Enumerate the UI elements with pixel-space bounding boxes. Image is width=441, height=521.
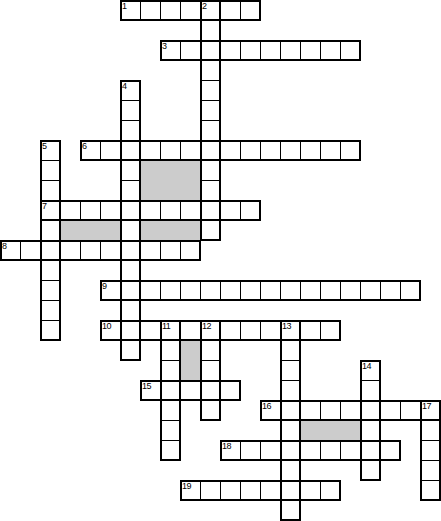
- cell-r12c3[interactable]: [60, 240, 81, 261]
- cell-r12c7[interactable]: [140, 240, 161, 261]
- cell-r24c16[interactable]: [320, 480, 341, 501]
- cell-r7c15[interactable]: [300, 140, 321, 161]
- cell-r19c10[interactable]: [200, 380, 221, 401]
- cell-r2c14[interactable]: [280, 40, 301, 61]
- cell-r7c5[interactable]: [100, 140, 121, 161]
- shaded-block: [140, 220, 201, 241]
- cell-r16c2[interactable]: [40, 320, 61, 341]
- cell-r16c9[interactable]: [180, 320, 201, 341]
- cell-r10c6[interactable]: [120, 200, 141, 221]
- cell-r18c8[interactable]: [160, 360, 181, 381]
- cell-r17c10[interactable]: [200, 340, 221, 361]
- cell-r24c9[interactable]: [180, 480, 201, 501]
- cell-r12c4[interactable]: [80, 240, 101, 261]
- cell-r19c7[interactable]: [140, 380, 161, 401]
- cell-r14c7[interactable]: [140, 280, 161, 301]
- cell-r7c17[interactable]: [340, 140, 361, 161]
- cell-r22c12[interactable]: [240, 440, 261, 461]
- cell-r16c12[interactable]: [240, 320, 261, 341]
- cell-r2c9[interactable]: [180, 40, 201, 61]
- cell-r14c15[interactable]: [300, 280, 321, 301]
- cell-r8c10[interactable]: [200, 160, 221, 181]
- cell-r10c11[interactable]: [220, 200, 241, 221]
- cell-r7c8[interactable]: [160, 140, 181, 161]
- cell-r8c6[interactable]: [120, 160, 141, 181]
- cell-r11c2[interactable]: [40, 220, 61, 241]
- cell-r21c8[interactable]: [160, 420, 181, 441]
- cell-r20c13[interactable]: [260, 400, 281, 421]
- cell-r2c10[interactable]: [200, 40, 221, 61]
- cell-r20c8[interactable]: [160, 400, 181, 421]
- cell-r14c18[interactable]: [360, 280, 381, 301]
- cell-r2c13[interactable]: [260, 40, 281, 61]
- cell-r9c2[interactable]: [40, 180, 61, 201]
- cell-r22c19[interactable]: [380, 440, 401, 461]
- cell-r15c2[interactable]: [40, 300, 61, 321]
- cell-r22c16[interactable]: [320, 440, 341, 461]
- cell-r20c15[interactable]: [300, 400, 321, 421]
- cell-r7c11[interactable]: [220, 140, 241, 161]
- cell-r4c10[interactable]: [200, 80, 221, 101]
- cell-r20c16[interactable]: [320, 400, 341, 421]
- shaded-block: [300, 420, 361, 441]
- cell-r20c10[interactable]: [200, 400, 221, 421]
- cell-r0c6[interactable]: [120, 0, 141, 21]
- cell-r14c19[interactable]: [380, 280, 401, 301]
- cell-r24c14[interactable]: [280, 480, 301, 501]
- cell-r20c17[interactable]: [340, 400, 361, 421]
- cell-r11c10[interactable]: [200, 220, 221, 241]
- cell-r24c13[interactable]: [260, 480, 281, 501]
- cell-r2c12[interactable]: [240, 40, 261, 61]
- cell-r11c6[interactable]: [120, 220, 141, 241]
- cell-r16c16[interactable]: [320, 320, 341, 341]
- cell-r10c10[interactable]: [200, 200, 221, 221]
- cell-r3c10[interactable]: [200, 60, 221, 81]
- cell-r7c16[interactable]: [320, 140, 341, 161]
- cell-r7c9[interactable]: [180, 140, 201, 161]
- cell-r19c11[interactable]: [220, 380, 241, 401]
- cell-r18c18[interactable]: [360, 360, 381, 381]
- shaded-block: [140, 160, 201, 201]
- cell-r2c17[interactable]: [340, 40, 361, 61]
- cell-r12c8[interactable]: [160, 240, 181, 261]
- cell-r2c8[interactable]: [160, 40, 181, 61]
- cell-r2c16[interactable]: [320, 40, 341, 61]
- cell-r12c2[interactable]: [40, 240, 61, 261]
- cell-r22c17[interactable]: [340, 440, 361, 461]
- cell-r7c4[interactable]: [80, 140, 101, 161]
- cell-r24c15[interactable]: [300, 480, 321, 501]
- cell-r14c8[interactable]: [160, 280, 181, 301]
- cell-r14c10[interactable]: [200, 280, 221, 301]
- cell-r14c5[interactable]: [100, 280, 121, 301]
- cell-r22c21[interactable]: [420, 440, 441, 461]
- cell-r17c6[interactable]: [120, 340, 141, 361]
- cell-r19c8[interactable]: [160, 380, 181, 401]
- cell-r16c13[interactable]: [260, 320, 281, 341]
- cell-r14c16[interactable]: [320, 280, 341, 301]
- cell-r12c0[interactable]: [0, 240, 21, 261]
- cell-r16c15[interactable]: [300, 320, 321, 341]
- cell-r0c9[interactable]: [180, 0, 201, 21]
- cell-r16c14[interactable]: [280, 320, 301, 341]
- cell-r21c18[interactable]: [360, 420, 381, 441]
- cell-r2c11[interactable]: [220, 40, 241, 61]
- cell-r10c12[interactable]: [240, 200, 261, 221]
- cell-r18c14[interactable]: [280, 360, 301, 381]
- cell-r1c10[interactable]: [200, 20, 221, 41]
- cell-r18c10[interactable]: [200, 360, 221, 381]
- cell-r12c5[interactable]: [100, 240, 121, 261]
- cell-r0c8[interactable]: [160, 0, 181, 21]
- cell-r0c10[interactable]: [200, 0, 221, 21]
- cell-r22c15[interactable]: [300, 440, 321, 461]
- cell-r14c12[interactable]: [240, 280, 261, 301]
- cell-r16c7[interactable]: [140, 320, 161, 341]
- cell-r20c14[interactable]: [280, 400, 301, 421]
- shaded-block: [60, 220, 121, 241]
- cell-r7c14[interactable]: [280, 140, 301, 161]
- cell-r10c3[interactable]: [60, 200, 81, 221]
- cell-r7c10[interactable]: [200, 140, 221, 161]
- cell-r19c9[interactable]: [180, 380, 201, 401]
- cell-r16c11[interactable]: [220, 320, 241, 341]
- cell-r9c10[interactable]: [200, 180, 221, 201]
- cell-r0c7[interactable]: [140, 0, 161, 21]
- cell-r25c14[interactable]: [280, 500, 301, 521]
- cell-r13c6[interactable]: [120, 260, 141, 281]
- cell-r15c6[interactable]: [120, 300, 141, 321]
- cell-r0c12[interactable]: [240, 0, 261, 21]
- cell-r19c18[interactable]: [360, 380, 381, 401]
- cell-r22c8[interactable]: [160, 440, 181, 461]
- cell-r7c12[interactable]: [240, 140, 261, 161]
- cell-r21c14[interactable]: [280, 420, 301, 441]
- cell-r13c2[interactable]: [40, 260, 61, 281]
- cell-r14c14[interactable]: [280, 280, 301, 301]
- cell-r12c6[interactable]: [120, 240, 141, 261]
- cell-r14c17[interactable]: [340, 280, 361, 301]
- cell-r10c5[interactable]: [100, 200, 121, 221]
- cell-r16c8[interactable]: [160, 320, 181, 341]
- cell-r7c6[interactable]: [120, 140, 141, 161]
- cell-r12c1[interactable]: [20, 240, 41, 261]
- cell-r10c7[interactable]: [140, 200, 161, 221]
- cell-r4c6[interactable]: [120, 80, 141, 101]
- cell-r17c8[interactable]: [160, 340, 181, 361]
- cell-r16c5[interactable]: [100, 320, 121, 341]
- cell-r20c19[interactable]: [380, 400, 401, 421]
- cell-r20c18[interactable]: [360, 400, 381, 421]
- cell-r22c18[interactable]: [360, 440, 381, 461]
- cell-r24c11[interactable]: [220, 480, 241, 501]
- cell-r22c14[interactable]: [280, 440, 301, 461]
- cell-r10c2[interactable]: [40, 200, 61, 221]
- cell-r14c20[interactable]: [400, 280, 421, 301]
- cell-r23c14[interactable]: [280, 460, 301, 481]
- cell-r2c15[interactable]: [300, 40, 321, 61]
- cell-r24c10[interactable]: [200, 480, 221, 501]
- cell-r14c9[interactable]: [180, 280, 201, 301]
- cell-r19c14[interactable]: [280, 380, 301, 401]
- cell-r23c18[interactable]: [360, 460, 381, 481]
- cell-r24c21[interactable]: [420, 480, 441, 501]
- cell-r16c6[interactable]: [120, 320, 141, 341]
- cell-r12c9[interactable]: [180, 240, 201, 261]
- cell-r5c10[interactable]: [200, 100, 221, 121]
- cell-r7c13[interactable]: [260, 140, 281, 161]
- cell-r10c8[interactable]: [160, 200, 181, 221]
- cell-r14c13[interactable]: [260, 280, 281, 301]
- cell-r16c10[interactable]: [200, 320, 221, 341]
- cell-r14c11[interactable]: [220, 280, 241, 301]
- cell-r20c20[interactable]: [400, 400, 421, 421]
- cell-r21c21[interactable]: [420, 420, 441, 441]
- cell-r14c2[interactable]: [40, 280, 61, 301]
- cell-r6c6[interactable]: [120, 120, 141, 141]
- cell-r7c7[interactable]: [140, 140, 161, 161]
- cell-r17c14[interactable]: [280, 340, 301, 361]
- cell-r14c6[interactable]: [120, 280, 141, 301]
- cell-r23c21[interactable]: [420, 460, 441, 481]
- cell-r22c13[interactable]: [260, 440, 281, 461]
- crossword-board: 12345678910111213141516171819: [0, 0, 441, 521]
- cell-r7c2[interactable]: [40, 140, 61, 161]
- cell-r5c6[interactable]: [120, 100, 141, 121]
- cell-r6c10[interactable]: [200, 120, 221, 141]
- cell-r10c9[interactable]: [180, 200, 201, 221]
- cell-r9c6[interactable]: [120, 180, 141, 201]
- cell-r0c11[interactable]: [220, 0, 241, 21]
- cell-r20c21[interactable]: [420, 400, 441, 421]
- cell-r22c11[interactable]: [220, 440, 241, 461]
- shaded-block: [180, 340, 201, 381]
- cell-r8c2[interactable]: [40, 160, 61, 181]
- cell-r10c4[interactable]: [80, 200, 101, 221]
- cell-r24c12[interactable]: [240, 480, 261, 501]
